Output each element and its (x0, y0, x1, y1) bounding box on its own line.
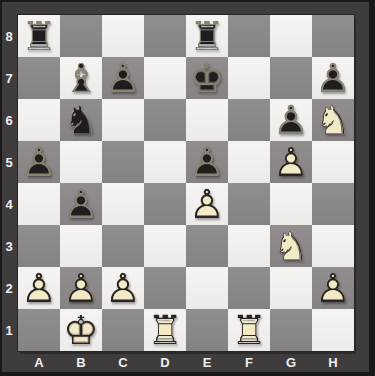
square-c3[interactable] (102, 225, 144, 267)
square-b7[interactable]: ♝♗ (60, 57, 102, 99)
square-h3[interactable] (312, 225, 354, 267)
square-a4[interactable] (18, 183, 60, 225)
black-pawn-outline-glyph: ♙ (270, 99, 312, 141)
white-knight-outline-glyph: ♘ (312, 99, 354, 141)
rank-label-4: 4 (0, 183, 18, 225)
square-d1[interactable]: ♜♖ (144, 309, 186, 351)
square-e7[interactable]: ♚♔ (186, 57, 228, 99)
square-b5[interactable] (60, 141, 102, 183)
square-e5[interactable]: ♟♙ (186, 141, 228, 183)
square-e1[interactable] (186, 309, 228, 351)
rank-label-8: 8 (0, 15, 18, 57)
white-rook-outline-glyph: ♖ (228, 309, 270, 351)
square-e4[interactable]: ♟♙ (186, 183, 228, 225)
piece-black-bishop[interactable]: ♝♗ (60, 57, 102, 99)
black-rook-outline-glyph: ♖ (186, 15, 228, 57)
file-label-a: A (18, 352, 60, 372)
square-c7[interactable]: ♟♙ (102, 57, 144, 99)
square-c2[interactable]: ♟♙ (102, 267, 144, 309)
white-pawn-outline-glyph: ♙ (18, 267, 60, 309)
piece-black-pawn[interactable]: ♟♙ (186, 141, 228, 183)
square-d6[interactable] (144, 99, 186, 141)
square-h1[interactable] (312, 309, 354, 351)
square-h6[interactable]: ♞♘ (312, 99, 354, 141)
piece-black-king[interactable]: ♚♔ (186, 57, 228, 99)
square-f6[interactable] (228, 99, 270, 141)
rank-label-5: 5 (0, 141, 18, 183)
white-pawn-outline-glyph: ♙ (270, 141, 312, 183)
square-g7[interactable] (270, 57, 312, 99)
square-e8[interactable]: ♜♖ (186, 15, 228, 57)
board: ♜♖♜♖♝♗♟♙♚♔♟♙♞♘♟♙♞♘♟♙♟♙♟♙♟♙♟♙♞♘♟♙♟♙♟♙♟♙♚♔… (18, 15, 354, 351)
square-f5[interactable] (228, 141, 270, 183)
square-c5[interactable] (102, 141, 144, 183)
square-b2[interactable]: ♟♙ (60, 267, 102, 309)
square-a5[interactable]: ♟♙ (18, 141, 60, 183)
frame-edge-bottom (0, 372, 375, 376)
file-label-h: H (312, 352, 354, 372)
black-pawn-outline-glyph: ♙ (312, 57, 354, 99)
square-g3[interactable]: ♞♘ (270, 225, 312, 267)
square-b1[interactable]: ♚♔ (60, 309, 102, 351)
square-g5[interactable]: ♟♙ (270, 141, 312, 183)
square-g8[interactable] (270, 15, 312, 57)
piece-white-knight[interactable]: ♞♘ (312, 99, 354, 141)
square-g2[interactable] (270, 267, 312, 309)
piece-white-king[interactable]: ♚♔ (60, 309, 102, 351)
square-b3[interactable] (60, 225, 102, 267)
square-d8[interactable] (144, 15, 186, 57)
piece-white-pawn[interactable]: ♟♙ (60, 267, 102, 309)
square-d4[interactable] (144, 183, 186, 225)
square-e6[interactable] (186, 99, 228, 141)
square-h5[interactable] (312, 141, 354, 183)
black-pawn-outline-glyph: ♙ (60, 183, 102, 225)
piece-black-pawn[interactable]: ♟♙ (102, 57, 144, 99)
rank-label-1: 1 (0, 309, 18, 351)
piece-white-rook[interactable]: ♜♖ (144, 309, 186, 351)
square-b6[interactable]: ♞♘ (60, 99, 102, 141)
piece-white-pawn[interactable]: ♟♙ (102, 267, 144, 309)
square-b8[interactable] (60, 15, 102, 57)
square-g1[interactable] (270, 309, 312, 351)
square-c8[interactable] (102, 15, 144, 57)
piece-black-pawn[interactable]: ♟♙ (312, 57, 354, 99)
file-labels: ABCDEFGH (18, 352, 354, 372)
white-knight-outline-glyph: ♘ (270, 225, 312, 267)
square-b4[interactable]: ♟♙ (60, 183, 102, 225)
piece-black-rook[interactable]: ♜♖ (18, 15, 60, 57)
square-f1[interactable]: ♜♖ (228, 309, 270, 351)
square-h4[interactable] (312, 183, 354, 225)
piece-black-pawn[interactable]: ♟♙ (60, 183, 102, 225)
square-h2[interactable]: ♟♙ (312, 267, 354, 309)
rank-label-3: 3 (0, 225, 18, 267)
square-a3[interactable] (18, 225, 60, 267)
white-king-outline-glyph: ♔ (60, 309, 102, 351)
piece-black-rook[interactable]: ♜♖ (186, 15, 228, 57)
piece-white-pawn[interactable]: ♟♙ (18, 267, 60, 309)
square-h8[interactable] (312, 15, 354, 57)
rank-label-6: 6 (0, 99, 18, 141)
white-rook-outline-glyph: ♖ (144, 309, 186, 351)
black-king-outline-glyph: ♔ (186, 57, 228, 99)
file-label-g: G (270, 352, 312, 372)
rank-label-2: 2 (0, 267, 18, 309)
piece-black-pawn[interactable]: ♟♙ (270, 99, 312, 141)
square-a6[interactable] (18, 99, 60, 141)
file-label-d: D (144, 352, 186, 372)
piece-white-pawn[interactable]: ♟♙ (312, 267, 354, 309)
white-pawn-outline-glyph: ♙ (60, 267, 102, 309)
square-e3[interactable] (186, 225, 228, 267)
square-a1[interactable] (18, 309, 60, 351)
square-f2[interactable] (228, 267, 270, 309)
square-d2[interactable] (144, 267, 186, 309)
square-d3[interactable] (144, 225, 186, 267)
file-label-f: F (228, 352, 270, 372)
file-label-e: E (186, 352, 228, 372)
chess-board-frame: 87654321 ♜♖♜♖♝♗♟♙♚♔♟♙♞♘♟♙♞♘♟♙♟♙♟♙♟♙♟♙♞♘♟… (0, 0, 375, 376)
square-e2[interactable] (186, 267, 228, 309)
square-a2[interactable]: ♟♙ (18, 267, 60, 309)
white-pawn-outline-glyph: ♙ (102, 267, 144, 309)
frame-edge-top (0, 0, 375, 2)
black-pawn-outline-glyph: ♙ (186, 141, 228, 183)
white-pawn-outline-glyph: ♙ (186, 183, 228, 225)
black-knight-outline-glyph: ♘ (60, 99, 102, 141)
square-c1[interactable] (102, 309, 144, 351)
piece-black-pawn[interactable]: ♟♙ (18, 141, 60, 183)
rank-labels: 87654321 (0, 15, 18, 351)
file-label-c: C (102, 352, 144, 372)
piece-black-knight[interactable]: ♞♘ (60, 99, 102, 141)
frame-edge-right (369, 0, 375, 376)
black-bishop-outline-glyph: ♗ (60, 57, 102, 99)
file-label-b: B (60, 352, 102, 372)
square-g4[interactable] (270, 183, 312, 225)
piece-white-pawn[interactable]: ♟♙ (186, 183, 228, 225)
black-pawn-outline-glyph: ♙ (102, 57, 144, 99)
black-pawn-outline-glyph: ♙ (18, 141, 60, 183)
square-a7[interactable] (18, 57, 60, 99)
square-h7[interactable]: ♟♙ (312, 57, 354, 99)
square-d5[interactable] (144, 141, 186, 183)
white-pawn-outline-glyph: ♙ (312, 267, 354, 309)
square-f7[interactable] (228, 57, 270, 99)
square-f3[interactable] (228, 225, 270, 267)
square-d7[interactable] (144, 57, 186, 99)
square-c4[interactable] (102, 183, 144, 225)
square-f4[interactable] (228, 183, 270, 225)
piece-white-knight[interactable]: ♞♘ (270, 225, 312, 267)
piece-white-pawn[interactable]: ♟♙ (270, 141, 312, 183)
square-g6[interactable]: ♟♙ (270, 99, 312, 141)
rank-label-7: 7 (0, 57, 18, 99)
black-rook-outline-glyph: ♖ (18, 15, 60, 57)
square-c6[interactable] (102, 99, 144, 141)
piece-white-rook[interactable]: ♜♖ (228, 309, 270, 351)
square-f8[interactable] (228, 15, 270, 57)
square-a8[interactable]: ♜♖ (18, 15, 60, 57)
